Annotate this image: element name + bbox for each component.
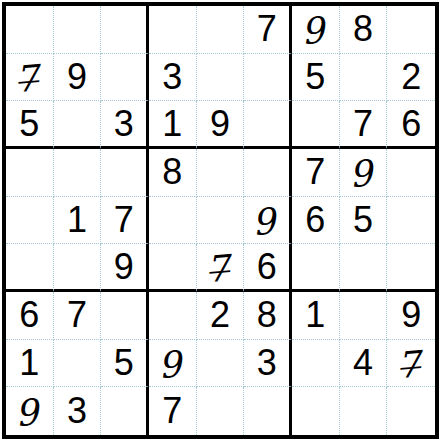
given-digit: 7 — [114, 202, 134, 238]
cell-r9c4[interactable]: 7 — [149, 387, 197, 435]
cell-r3c5[interactable]: 9 — [197, 101, 245, 149]
cell-r3c7[interactable] — [292, 101, 340, 149]
cell-r1c6[interactable]: 7 — [244, 6, 292, 54]
cell-r8c8[interactable]: 4 — [340, 340, 388, 388]
cell-r7c9[interactable]: 9 — [387, 292, 435, 340]
cell-r2c5[interactable] — [197, 54, 245, 102]
cell-r5c7[interactable]: 6 — [292, 197, 340, 245]
cell-r5c6[interactable]: 9 — [244, 197, 292, 245]
given-digit: 3 — [162, 59, 182, 95]
cell-r9c1[interactable]: 9 — [6, 387, 54, 435]
cell-r1c1[interactable] — [6, 6, 54, 54]
cell-r2c1[interactable]: 7̶ — [6, 54, 54, 102]
cell-r4c5[interactable] — [197, 149, 245, 197]
given-digit: 6 — [401, 106, 421, 142]
cell-r9c2[interactable]: 3 — [54, 387, 102, 435]
pen-digit: 9 — [157, 346, 183, 384]
given-digit: 5 — [114, 345, 134, 381]
cell-r9c8[interactable] — [340, 387, 388, 435]
cell-r3c3[interactable]: 3 — [101, 101, 149, 149]
cell-r9c7[interactable] — [292, 387, 340, 435]
cell-r8c5[interactable] — [197, 340, 245, 388]
cell-r8c2[interactable] — [54, 340, 102, 388]
cell-r4c4[interactable]: 8 — [149, 149, 197, 197]
cell-r5c5[interactable] — [197, 197, 245, 245]
cell-r7c3[interactable] — [101, 292, 149, 340]
cell-r1c4[interactable] — [149, 6, 197, 54]
cell-r8c3[interactable]: 5 — [101, 340, 149, 388]
given-digit: 7 — [162, 393, 182, 429]
cell-r8c7[interactable] — [292, 340, 340, 388]
given-digit: 9 — [210, 106, 230, 142]
cell-r9c9[interactable] — [387, 387, 435, 435]
cell-r4c9[interactable] — [387, 149, 435, 197]
pen-digit: 9 — [251, 203, 277, 241]
pen-digit: 9 — [300, 13, 326, 51]
cell-r1c2[interactable] — [54, 6, 102, 54]
cell-r2c7[interactable]: 5 — [292, 54, 340, 102]
given-digit: 6 — [257, 249, 277, 285]
cell-r1c5[interactable] — [197, 6, 245, 54]
given-digit: 3 — [114, 106, 134, 142]
cell-r6c6[interactable]: 6 — [244, 244, 292, 292]
cell-r6c7[interactable] — [292, 244, 340, 292]
given-digit: 7 — [305, 154, 325, 190]
cell-r4c8[interactable]: 9 — [340, 149, 388, 197]
given-digit: 6 — [305, 202, 325, 238]
cell-r5c4[interactable] — [149, 197, 197, 245]
cell-r8c1[interactable]: 1 — [6, 340, 54, 388]
given-digit: 6 — [19, 297, 39, 333]
given-digit: 8 — [162, 154, 182, 190]
cell-r6c3[interactable]: 9 — [101, 244, 149, 292]
pen-digit: 7̶ — [204, 250, 230, 288]
given-digit: 1 — [67, 202, 87, 238]
cell-r6c2[interactable] — [54, 244, 102, 292]
given-digit: 2 — [401, 59, 421, 95]
given-digit: 7 — [257, 11, 277, 47]
cell-r2c2[interactable]: 9 — [54, 54, 102, 102]
cell-r2c4[interactable]: 3 — [149, 54, 197, 102]
cell-r6c1[interactable] — [6, 244, 54, 292]
cell-r8c6[interactable]: 3 — [244, 340, 292, 388]
given-digit: 3 — [67, 393, 87, 429]
given-digit: 2 — [210, 297, 230, 333]
given-digit: 5 — [305, 59, 325, 95]
pen-digit: 7̶ — [14, 60, 40, 98]
pen-digit: 7̶ — [395, 346, 421, 384]
given-digit: 9 — [67, 59, 87, 95]
cell-r4c7[interactable]: 7 — [292, 149, 340, 197]
given-digit: 7 — [353, 106, 373, 142]
cell-r5c8[interactable]: 5 — [340, 197, 388, 245]
sudoku-board: 7987̶93525319768791796597̶6672819159347̶… — [2, 2, 439, 439]
cell-r7c1[interactable]: 6 — [6, 292, 54, 340]
cell-r7c8[interactable] — [340, 292, 388, 340]
cell-r6c4[interactable] — [149, 244, 197, 292]
cell-r4c6[interactable] — [244, 149, 292, 197]
cell-r7c4[interactable] — [149, 292, 197, 340]
cell-r7c2[interactable]: 7 — [54, 292, 102, 340]
cell-r7c6[interactable]: 8 — [244, 292, 292, 340]
cell-r7c5[interactable]: 2 — [197, 292, 245, 340]
cell-r3c1[interactable]: 5 — [6, 101, 54, 149]
cell-r8c9[interactable]: 7̶ — [387, 340, 435, 388]
sudoku-app: 7987̶93525319768791796597̶6672819159347̶… — [0, 0, 441, 441]
cell-r1c3[interactable] — [101, 6, 149, 54]
pen-digit: 9 — [347, 156, 373, 194]
cell-r2c9[interactable]: 2 — [387, 54, 435, 102]
given-digit: 9 — [114, 249, 134, 285]
cell-r5c9[interactable] — [387, 197, 435, 245]
given-digit: 1 — [305, 297, 325, 333]
cell-r2c3[interactable] — [101, 54, 149, 102]
given-digit: 8 — [353, 11, 373, 47]
cell-r1c8[interactable]: 8 — [340, 6, 388, 54]
cell-r1c9[interactable] — [387, 6, 435, 54]
cell-r3c6[interactable] — [244, 101, 292, 149]
cell-r1c7[interactable]: 9 — [292, 6, 340, 54]
given-digit: 1 — [162, 106, 182, 142]
cell-r5c3[interactable]: 7 — [101, 197, 149, 245]
cell-r5c1[interactable] — [6, 197, 54, 245]
cell-r6c9[interactable] — [387, 244, 435, 292]
cell-r2c6[interactable] — [244, 54, 292, 102]
cell-r9c5[interactable] — [197, 387, 245, 435]
given-digit: 5 — [19, 106, 39, 142]
cell-r2c8[interactable] — [340, 54, 388, 102]
cell-r4c3[interactable] — [101, 149, 149, 197]
cell-r9c3[interactable] — [101, 387, 149, 435]
given-digit: 1 — [19, 345, 39, 381]
cell-r3c4[interactable]: 1 — [149, 101, 197, 149]
given-digit: 8 — [257, 297, 277, 333]
given-digit: 7 — [67, 297, 87, 333]
pen-digit: 9 — [14, 394, 40, 432]
given-digit: 5 — [353, 202, 373, 238]
given-digit: 9 — [401, 297, 421, 333]
cell-r3c2[interactable] — [54, 101, 102, 149]
cell-r5c2[interactable]: 1 — [54, 197, 102, 245]
cell-r3c8[interactable]: 7 — [340, 101, 388, 149]
cell-r9c6[interactable] — [244, 387, 292, 435]
cell-r6c5[interactable]: 7̶ — [197, 244, 245, 292]
cell-r6c8[interactable] — [340, 244, 388, 292]
cell-r4c2[interactable] — [54, 149, 102, 197]
cell-r3c9[interactable]: 6 — [387, 101, 435, 149]
cell-r4c1[interactable] — [6, 149, 54, 197]
cell-r7c7[interactable]: 1 — [292, 292, 340, 340]
given-digit: 4 — [353, 345, 373, 381]
given-digit: 3 — [257, 345, 277, 381]
cell-r8c4[interactable]: 9 — [149, 340, 197, 388]
